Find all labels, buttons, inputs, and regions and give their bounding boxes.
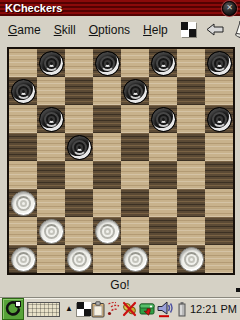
board-square[interactable]: [177, 77, 205, 105]
board-square[interactable]: [149, 161, 177, 189]
board-square[interactable]: [65, 161, 93, 189]
board-square[interactable]: [65, 77, 93, 105]
board-square[interactable]: [205, 245, 233, 273]
board-square[interactable]: [121, 245, 149, 273]
ir-beam-icon[interactable]: [107, 301, 120, 317]
board-square[interactable]: [65, 133, 93, 161]
taskbar-tray: 12:21 PM: [91, 301, 239, 318]
board-square[interactable]: [121, 217, 149, 245]
board-square[interactable]: [65, 189, 93, 217]
board-square[interactable]: [205, 77, 233, 105]
board-square[interactable]: [177, 189, 205, 217]
clipboard-icon[interactable]: [91, 301, 105, 318]
board-square[interactable]: [149, 77, 177, 105]
board-square[interactable]: [37, 105, 65, 133]
board-square[interactable]: [65, 49, 93, 77]
white-piece[interactable]: [123, 247, 148, 272]
network-off-icon[interactable]: [122, 301, 137, 317]
board-square[interactable]: [37, 161, 65, 189]
board-square[interactable]: [149, 245, 177, 273]
board-square[interactable]: [65, 105, 93, 133]
board-square[interactable]: [121, 189, 149, 217]
board-square[interactable]: [9, 49, 37, 77]
black-piece[interactable]: [67, 135, 92, 160]
board-square[interactable]: [9, 217, 37, 245]
black-piece[interactable]: [39, 51, 64, 76]
board-square[interactable]: [205, 161, 233, 189]
board-square[interactable]: [37, 49, 65, 77]
board-square[interactable]: [149, 133, 177, 161]
menu-skill[interactable]: Skill: [54, 23, 76, 37]
title-bar: KCheckers ✕: [0, 0, 240, 16]
board-square[interactable]: [9, 189, 37, 217]
board-square[interactable]: [205, 105, 233, 133]
board-square[interactable]: [177, 161, 205, 189]
black-piece[interactable]: [39, 107, 64, 132]
board-square[interactable]: [177, 133, 205, 161]
move-list-scroll-icon[interactable]: [234, 21, 240, 38]
white-piece[interactable]: [39, 219, 64, 244]
board-square[interactable]: [93, 77, 121, 105]
toolbar-icons: [181, 21, 240, 38]
board-square[interactable]: [9, 161, 37, 189]
menu-game[interactable]: Game: [8, 23, 41, 37]
board-square[interactable]: [121, 77, 149, 105]
white-piece[interactable]: [11, 191, 36, 216]
card-monitor-icon[interactable]: [139, 302, 155, 317]
board-square[interactable]: [37, 189, 65, 217]
black-piece[interactable]: [95, 51, 120, 76]
board-square[interactable]: [205, 217, 233, 245]
menu-options[interactable]: Options: [89, 23, 130, 37]
board-square[interactable]: [121, 133, 149, 161]
black-piece[interactable]: [207, 51, 232, 76]
black-piece[interactable]: [11, 79, 36, 104]
board-square[interactable]: [149, 49, 177, 77]
board-square[interactable]: [9, 245, 37, 273]
black-piece[interactable]: [151, 107, 176, 132]
board-square[interactable]: [149, 217, 177, 245]
white-piece[interactable]: [11, 247, 36, 272]
board-square[interactable]: [121, 161, 149, 189]
volume-icon[interactable]: [157, 301, 174, 318]
board-square[interactable]: [37, 217, 65, 245]
window-title: KCheckers: [3, 0, 62, 16]
board-square[interactable]: [149, 105, 177, 133]
black-piece[interactable]: [151, 51, 176, 76]
board-square[interactable]: [93, 105, 121, 133]
battery-icon[interactable]: [178, 301, 186, 317]
undo-arrow-icon[interactable]: [205, 23, 225, 36]
board-square[interactable]: [177, 217, 205, 245]
board-square[interactable]: [149, 189, 177, 217]
board-square[interactable]: [9, 105, 37, 133]
screen: KCheckers ✕ Game Skill Options Help: [0, 0, 240, 320]
black-piece[interactable]: [207, 107, 232, 132]
board-square[interactable]: [65, 245, 93, 273]
board-square[interactable]: [37, 77, 65, 105]
menu-help[interactable]: Help: [143, 23, 168, 37]
white-piece[interactable]: [179, 247, 204, 272]
resize-handle[interactable]: [236, 288, 240, 292]
board-square[interactable]: [9, 77, 37, 105]
board-square[interactable]: [37, 245, 65, 273]
menu-bar: Game Skill Options Help: [0, 16, 240, 43]
board: [7, 47, 235, 275]
board-square[interactable]: [93, 161, 121, 189]
board-square[interactable]: [37, 133, 65, 161]
keyboard-icon[interactable]: [27, 302, 60, 317]
board-square[interactable]: [93, 245, 121, 273]
board-square[interactable]: [65, 217, 93, 245]
board-square[interactable]: [177, 105, 205, 133]
board-square[interactable]: [205, 49, 233, 77]
board-square[interactable]: [9, 133, 37, 161]
kcheckers-task-icon[interactable]: [77, 302, 91, 316]
input-method-arrow-icon[interactable]: ▲: [65, 305, 73, 313]
board-square[interactable]: [177, 245, 205, 273]
board-square[interactable]: [93, 49, 121, 77]
black-piece[interactable]: [123, 79, 148, 104]
status-message: Go!: [0, 278, 240, 292]
board-square[interactable]: [205, 133, 233, 161]
taskbar-clock[interactable]: 12:21 PM: [188, 303, 239, 315]
close-icon[interactable]: ✕: [222, 1, 237, 16]
white-piece[interactable]: [95, 219, 120, 244]
board-square[interactable]: [121, 49, 149, 77]
board-square[interactable]: [177, 49, 205, 77]
board-square[interactable]: [93, 133, 121, 161]
taskbar: ▲: [0, 297, 240, 320]
board-square[interactable]: [93, 189, 121, 217]
board-square[interactable]: [121, 105, 149, 133]
board-square[interactable]: [93, 217, 121, 245]
new-game-checkerboard-icon[interactable]: [181, 22, 196, 37]
launcher-icon[interactable]: [2, 298, 24, 320]
board-square[interactable]: [205, 189, 233, 217]
white-piece[interactable]: [67, 247, 92, 272]
